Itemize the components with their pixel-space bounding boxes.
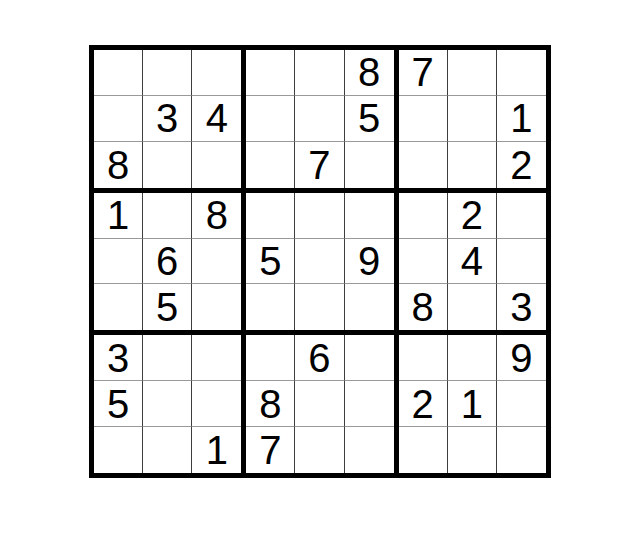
cell-r6c1[interactable] bbox=[94, 284, 143, 330]
cell-r2c8[interactable] bbox=[448, 96, 497, 142]
box-3-1: 351 bbox=[94, 335, 241, 473]
cell-r6c5[interactable] bbox=[295, 284, 344, 330]
cell-r6c8[interactable] bbox=[448, 284, 497, 330]
cell-r7c8[interactable] bbox=[448, 335, 497, 381]
cell-r7c2[interactable] bbox=[143, 335, 192, 381]
cell-r2c1[interactable] bbox=[94, 96, 143, 142]
cell-r8c9[interactable] bbox=[497, 381, 546, 427]
cell-r5c8[interactable]: 4 bbox=[448, 239, 497, 285]
cell-r8c6[interactable] bbox=[345, 381, 394, 427]
cell-r3c5[interactable]: 7 bbox=[295, 142, 344, 188]
cell-r9c8[interactable] bbox=[448, 427, 497, 473]
cell-r2c5[interactable] bbox=[295, 96, 344, 142]
box-1-3: 712 bbox=[399, 50, 546, 188]
cell-r1c2[interactable] bbox=[143, 50, 192, 96]
cell-r2c2[interactable]: 3 bbox=[143, 96, 192, 142]
box-3-3: 921 bbox=[399, 335, 546, 473]
cell-r1c7[interactable]: 7 bbox=[399, 50, 448, 96]
cell-r2c4[interactable] bbox=[246, 96, 295, 142]
cell-r4c7[interactable] bbox=[399, 193, 448, 239]
cell-r7c4[interactable] bbox=[246, 335, 295, 381]
box-3-2: 687 bbox=[246, 335, 393, 473]
cell-r3c9[interactable]: 2 bbox=[497, 142, 546, 188]
cell-r3c6[interactable] bbox=[345, 142, 394, 188]
cell-r9c5[interactable] bbox=[295, 427, 344, 473]
cell-r6c2[interactable]: 5 bbox=[143, 284, 192, 330]
cell-r6c6[interactable] bbox=[345, 284, 394, 330]
cell-r2c3[interactable]: 4 bbox=[192, 96, 241, 142]
cell-r8c8[interactable]: 1 bbox=[448, 381, 497, 427]
cell-r4c4[interactable] bbox=[246, 193, 295, 239]
cell-r3c8[interactable] bbox=[448, 142, 497, 188]
cell-r1c8[interactable] bbox=[448, 50, 497, 96]
cell-r4c5[interactable] bbox=[295, 193, 344, 239]
cell-r6c3[interactable] bbox=[192, 284, 241, 330]
cell-r8c4[interactable]: 8 bbox=[246, 381, 295, 427]
sudoku-board: 3488577121865592483351687921 bbox=[89, 45, 551, 478]
box-2-1: 1865 bbox=[94, 193, 241, 331]
box-1-2: 857 bbox=[246, 50, 393, 188]
cell-r1c1[interactable] bbox=[94, 50, 143, 96]
cell-r8c5[interactable] bbox=[295, 381, 344, 427]
cell-r3c3[interactable] bbox=[192, 142, 241, 188]
cell-r3c7[interactable] bbox=[399, 142, 448, 188]
cell-r9c6[interactable] bbox=[345, 427, 394, 473]
cell-r9c7[interactable] bbox=[399, 427, 448, 473]
cell-r7c5[interactable]: 6 bbox=[295, 335, 344, 381]
cell-r5c1[interactable] bbox=[94, 239, 143, 285]
cell-r9c3[interactable]: 1 bbox=[192, 427, 241, 473]
cell-r4c2[interactable] bbox=[143, 193, 192, 239]
box-2-2: 59 bbox=[246, 193, 393, 331]
cell-r7c9[interactable]: 9 bbox=[497, 335, 546, 381]
cell-r4c3[interactable]: 8 bbox=[192, 193, 241, 239]
cell-r2c6[interactable]: 5 bbox=[345, 96, 394, 142]
cell-r9c2[interactable] bbox=[143, 427, 192, 473]
cell-r5c3[interactable] bbox=[192, 239, 241, 285]
cell-r2c7[interactable] bbox=[399, 96, 448, 142]
cell-r7c6[interactable] bbox=[345, 335, 394, 381]
cell-r5c7[interactable] bbox=[399, 239, 448, 285]
cell-r2c9[interactable]: 1 bbox=[497, 96, 546, 142]
cell-r6c9[interactable]: 3 bbox=[497, 284, 546, 330]
cell-r5c6[interactable]: 9 bbox=[345, 239, 394, 285]
cell-r4c8[interactable]: 2 bbox=[448, 193, 497, 239]
cell-r1c9[interactable] bbox=[497, 50, 546, 96]
cell-r4c9[interactable] bbox=[497, 193, 546, 239]
cell-r8c2[interactable] bbox=[143, 381, 192, 427]
cell-r4c1[interactable]: 1 bbox=[94, 193, 143, 239]
cell-r7c7[interactable] bbox=[399, 335, 448, 381]
cell-r5c2[interactable]: 6 bbox=[143, 239, 192, 285]
cell-r8c1[interactable]: 5 bbox=[94, 381, 143, 427]
cell-r8c7[interactable]: 2 bbox=[399, 381, 448, 427]
cell-r3c1[interactable]: 8 bbox=[94, 142, 143, 188]
cell-r1c4[interactable] bbox=[246, 50, 295, 96]
cell-r4c6[interactable] bbox=[345, 193, 394, 239]
cell-r1c6[interactable]: 8 bbox=[345, 50, 394, 96]
cell-r1c3[interactable] bbox=[192, 50, 241, 96]
cell-r8c3[interactable] bbox=[192, 381, 241, 427]
box-2-3: 2483 bbox=[399, 193, 546, 331]
cell-r9c4[interactable]: 7 bbox=[246, 427, 295, 473]
cell-r5c4[interactable]: 5 bbox=[246, 239, 295, 285]
cell-r7c1[interactable]: 3 bbox=[94, 335, 143, 381]
page: 3488577121865592483351687921 bbox=[0, 0, 640, 540]
box-1-1: 348 bbox=[94, 50, 241, 188]
cell-r3c2[interactable] bbox=[143, 142, 192, 188]
cell-r5c5[interactable] bbox=[295, 239, 344, 285]
cell-r9c9[interactable] bbox=[497, 427, 546, 473]
cell-r3c4[interactable] bbox=[246, 142, 295, 188]
cell-r6c4[interactable] bbox=[246, 284, 295, 330]
cell-r5c9[interactable] bbox=[497, 239, 546, 285]
cell-r1c5[interactable] bbox=[295, 50, 344, 96]
cell-r7c3[interactable] bbox=[192, 335, 241, 381]
cell-r9c1[interactable] bbox=[94, 427, 143, 473]
cell-r6c7[interactable]: 8 bbox=[399, 284, 448, 330]
